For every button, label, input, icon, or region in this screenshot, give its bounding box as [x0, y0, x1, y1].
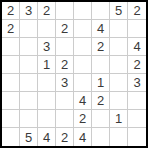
empty-cell-r3c4[interactable] — [56, 38, 74, 56]
clue-cell-r3c3: 3 — [38, 38, 56, 56]
clue-cell-r6c5: 4 — [74, 92, 92, 110]
empty-cell-r7c8[interactable] — [128, 110, 146, 128]
empty-cell-r8c6[interactable] — [92, 128, 110, 146]
empty-cell-r1c5[interactable] — [74, 2, 92, 20]
empty-cell-r8c1[interactable] — [2, 128, 20, 146]
clue-cell-r5c8: 3 — [128, 74, 146, 92]
clue-cell-r4c4: 2 — [56, 56, 74, 74]
empty-cell-r2c7[interactable] — [110, 20, 128, 38]
empty-cell-r8c7[interactable] — [110, 128, 128, 146]
clue-cell-r1c8: 2 — [128, 2, 146, 20]
clue-cell-r4c3: 1 — [38, 56, 56, 74]
empty-cell-r3c1[interactable] — [2, 38, 20, 56]
empty-cell-r7c2[interactable] — [20, 110, 38, 128]
clue-cell-r5c6: 1 — [92, 74, 110, 92]
empty-cell-r1c4[interactable] — [56, 2, 74, 20]
empty-cell-r1c6[interactable] — [92, 2, 110, 20]
clue-cell-r7c7: 1 — [110, 110, 128, 128]
puzzle-board: 2325222432412231342215424 — [0, 0, 148, 148]
empty-cell-r6c4[interactable] — [56, 92, 74, 110]
empty-cell-r2c3[interactable] — [38, 20, 56, 38]
empty-cell-r5c7[interactable] — [110, 74, 128, 92]
empty-cell-r2c5[interactable] — [74, 20, 92, 38]
empty-cell-r3c7[interactable] — [110, 38, 128, 56]
empty-cell-r2c2[interactable] — [20, 20, 38, 38]
clue-cell-r4c8: 2 — [128, 56, 146, 74]
clue-cell-r1c7: 5 — [110, 2, 128, 20]
empty-cell-r5c5[interactable] — [74, 74, 92, 92]
empty-cell-r3c5[interactable] — [74, 38, 92, 56]
empty-cell-r6c7[interactable] — [110, 92, 128, 110]
clue-cell-r2c1: 2 — [2, 20, 20, 38]
empty-cell-r6c1[interactable] — [2, 92, 20, 110]
clue-cell-r1c2: 3 — [20, 2, 38, 20]
empty-cell-r3c2[interactable] — [20, 38, 38, 56]
empty-cell-r5c2[interactable] — [20, 74, 38, 92]
empty-cell-r4c5[interactable] — [74, 56, 92, 74]
empty-cell-r7c6[interactable] — [92, 110, 110, 128]
clue-cell-r3c8: 4 — [128, 38, 146, 56]
empty-cell-r7c1[interactable] — [2, 110, 20, 128]
empty-cell-r5c3[interactable] — [38, 74, 56, 92]
empty-cell-r4c2[interactable] — [20, 56, 38, 74]
empty-cell-r6c3[interactable] — [38, 92, 56, 110]
clue-cell-r2c4: 2 — [56, 20, 74, 38]
clue-cell-r7c5: 2 — [74, 110, 92, 128]
empty-cell-r5c1[interactable] — [2, 74, 20, 92]
empty-cell-r8c8[interactable] — [128, 128, 146, 146]
empty-cell-r4c1[interactable] — [2, 56, 20, 74]
clue-cell-r8c4: 2 — [56, 128, 74, 146]
empty-cell-r6c8[interactable] — [128, 92, 146, 110]
empty-cell-r6c2[interactable] — [20, 92, 38, 110]
clue-cell-r5c4: 3 — [56, 74, 74, 92]
empty-cell-r7c3[interactable] — [38, 110, 56, 128]
empty-cell-r2c8[interactable] — [128, 20, 146, 38]
clue-cell-r8c3: 4 — [38, 128, 56, 146]
clue-cell-r1c1: 2 — [2, 2, 20, 20]
empty-cell-r4c6[interactable] — [92, 56, 110, 74]
clue-cell-r2c6: 4 — [92, 20, 110, 38]
clue-cell-r1c3: 2 — [38, 2, 56, 20]
empty-cell-r4c7[interactable] — [110, 56, 128, 74]
clue-cell-r3c6: 2 — [92, 38, 110, 56]
clue-cell-r8c5: 4 — [74, 128, 92, 146]
clue-cell-r6c6: 2 — [92, 92, 110, 110]
empty-cell-r7c4[interactable] — [56, 110, 74, 128]
clue-cell-r8c2: 5 — [20, 128, 38, 146]
